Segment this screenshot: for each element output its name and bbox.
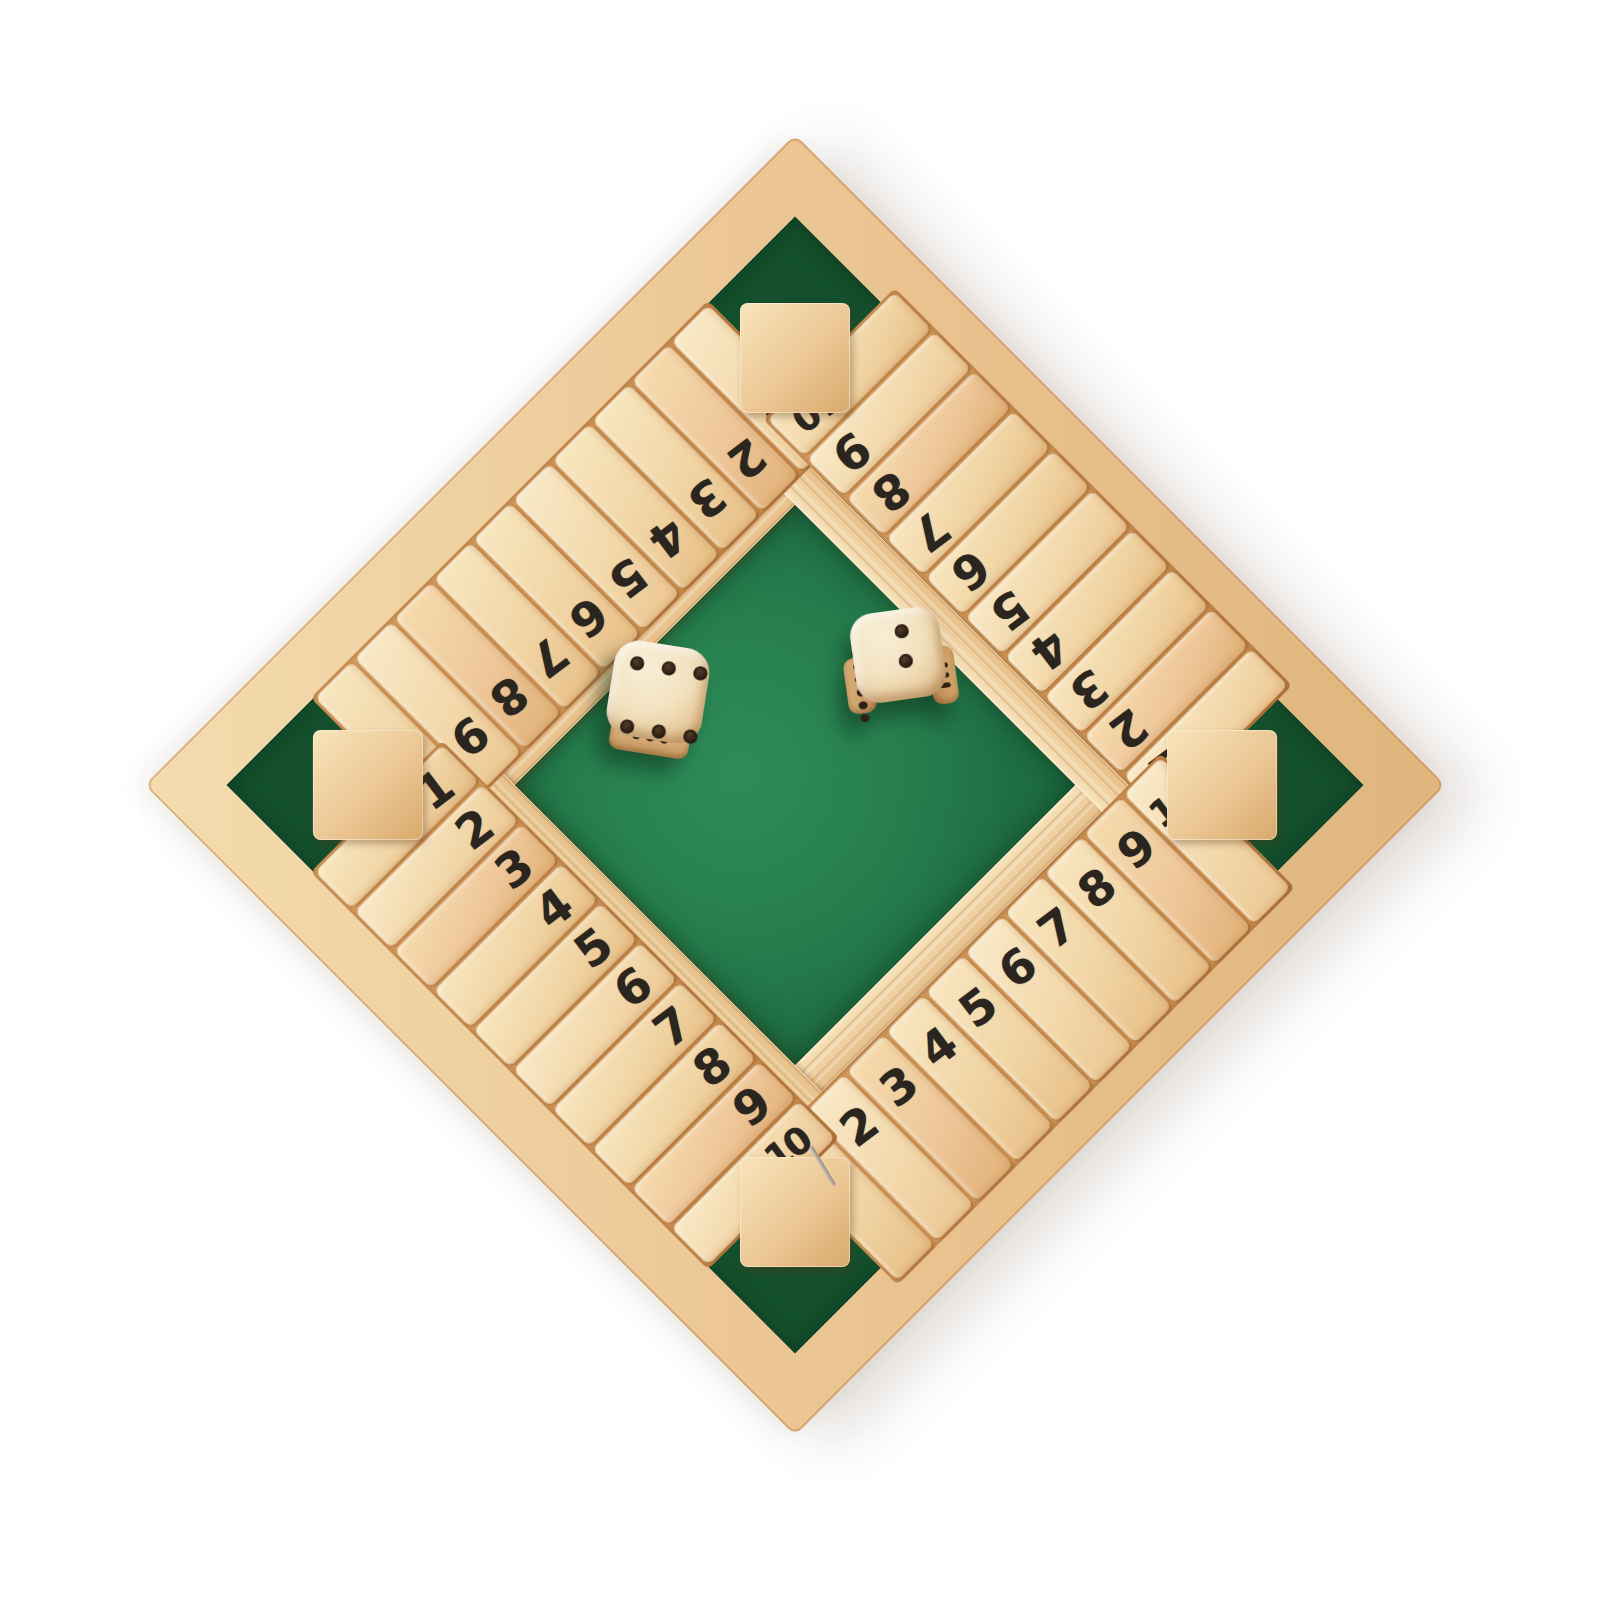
tile-number: 3 xyxy=(871,1058,925,1115)
tile-number: 9 xyxy=(1109,820,1163,877)
corner-wedge-bottom xyxy=(740,1157,850,1267)
side-pip xyxy=(859,713,869,722)
pip xyxy=(894,624,910,640)
corner-wedge-left xyxy=(313,730,423,840)
tile-number: 2 xyxy=(719,431,773,488)
corner-wedge-top xyxy=(740,303,850,413)
corner-wedge-right xyxy=(1167,730,1277,840)
tile-number: 6 xyxy=(561,589,615,646)
tile-number: 9 xyxy=(724,1077,778,1134)
die-left[interactable] xyxy=(603,637,713,747)
tile-number: 3 xyxy=(680,470,734,527)
pip xyxy=(661,661,677,677)
pip xyxy=(629,656,645,672)
tile-number: 8 xyxy=(482,668,536,725)
tile-number: 5 xyxy=(601,550,655,607)
die-right[interactable] xyxy=(847,604,949,706)
tile-number: 7 xyxy=(521,629,575,686)
pip xyxy=(898,653,914,669)
tile-number: 6 xyxy=(990,939,1044,996)
die-right-top-face-2 xyxy=(847,604,949,706)
pip xyxy=(692,666,708,682)
pip xyxy=(620,718,636,734)
side-pip xyxy=(858,700,868,709)
die-left-top-face-6 xyxy=(603,637,713,747)
tile-number: 2 xyxy=(832,1098,886,1155)
tile-number: 8 xyxy=(1069,860,1123,917)
pip xyxy=(651,723,667,739)
tile-number: 4 xyxy=(640,510,694,567)
photo-stage: 1098765432110987654321123456789101234567… xyxy=(0,0,1600,1600)
tile-number: 7 xyxy=(1030,900,1084,957)
shut-the-box-board: 1098765432110987654321123456789101234567… xyxy=(144,134,1445,1435)
tile-number: 5 xyxy=(951,979,1005,1036)
tile-number: 4 xyxy=(911,1018,965,1075)
pip xyxy=(682,728,698,744)
